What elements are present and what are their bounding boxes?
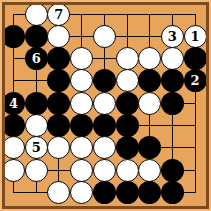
white-stone[interactable]	[2, 136, 25, 159]
move-number: 5	[32, 141, 41, 154]
white-stone[interactable]: 1	[184, 25, 207, 48]
white-stone[interactable]	[70, 159, 93, 182]
move-number: 6	[32, 52, 41, 65]
white-stone[interactable]	[93, 159, 116, 182]
black-stone[interactable]: 4	[2, 92, 25, 115]
white-stone[interactable]	[138, 47, 161, 70]
black-stone[interactable]: 2	[184, 69, 207, 92]
white-stone[interactable]: 3	[161, 25, 184, 48]
white-stone[interactable]	[2, 159, 25, 182]
black-stone[interactable]	[47, 92, 70, 115]
black-stone[interactable]	[2, 114, 25, 137]
white-stone[interactable]	[70, 136, 93, 159]
white-stone[interactable]	[70, 47, 93, 70]
black-stone[interactable]	[116, 136, 139, 159]
white-stone[interactable]	[47, 181, 70, 204]
black-stone[interactable]	[93, 69, 116, 92]
black-stone[interactable]	[138, 181, 161, 204]
black-stone[interactable]	[161, 92, 184, 115]
black-stone[interactable]	[47, 114, 70, 137]
black-stone[interactable]	[116, 114, 139, 137]
black-stone[interactable]	[2, 25, 25, 48]
white-stone[interactable]	[93, 25, 116, 48]
white-stone[interactable]: 5	[25, 136, 48, 159]
black-stone[interactable]	[25, 25, 48, 48]
move-number: 4	[9, 96, 18, 109]
black-stone[interactable]	[116, 181, 139, 204]
white-stone[interactable]	[93, 136, 116, 159]
black-stone[interactable]	[161, 69, 184, 92]
white-stone[interactable]	[138, 159, 161, 182]
white-stone[interactable]	[47, 25, 70, 48]
black-stone[interactable]	[25, 92, 48, 115]
white-stone[interactable]	[70, 181, 93, 204]
black-stone[interactable]	[138, 69, 161, 92]
go-board[interactable]: 7316245	[0, 0, 211, 211]
black-stone[interactable]	[47, 47, 70, 70]
move-number: 2	[191, 74, 200, 87]
black-stone[interactable]: 6	[25, 47, 48, 70]
white-stone[interactable]	[70, 69, 93, 92]
black-stone[interactable]	[47, 69, 70, 92]
black-stone[interactable]	[70, 114, 93, 137]
move-number: 7	[54, 7, 63, 20]
black-stone[interactable]	[93, 114, 116, 137]
black-stone[interactable]	[93, 181, 116, 204]
white-stone[interactable]	[138, 92, 161, 115]
white-stone[interactable]	[70, 92, 93, 115]
white-stone[interactable]	[116, 159, 139, 182]
white-stone[interactable]	[47, 136, 70, 159]
move-number: 3	[168, 29, 177, 42]
white-stone[interactable]	[161, 47, 184, 70]
white-stone[interactable]	[116, 69, 139, 92]
black-stone[interactable]	[116, 92, 139, 115]
white-stone[interactable]	[93, 92, 116, 115]
white-stone[interactable]	[25, 114, 48, 137]
move-number: 1	[191, 29, 200, 42]
white-stone[interactable]: 7	[47, 3, 70, 26]
white-stone[interactable]	[25, 159, 48, 182]
black-stone[interactable]	[161, 159, 184, 182]
white-stone[interactable]	[116, 47, 139, 70]
black-stone[interactable]	[138, 136, 161, 159]
white-stone[interactable]	[25, 3, 48, 26]
black-stone[interactable]	[161, 181, 184, 204]
black-stone[interactable]	[184, 47, 207, 70]
